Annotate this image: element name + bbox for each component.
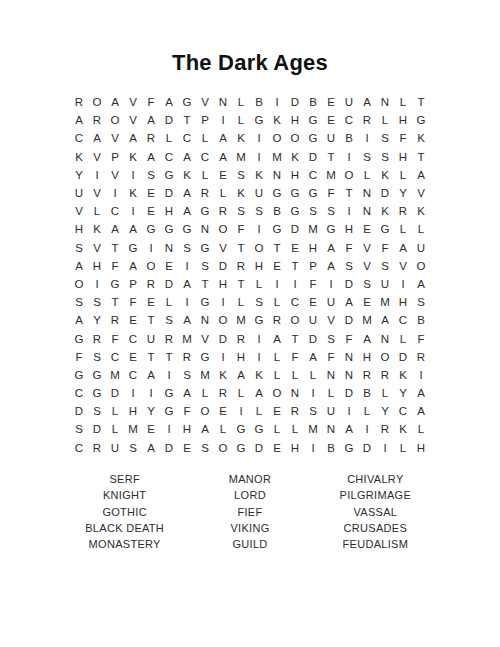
grid-cell-r6c16: T bbox=[340, 184, 358, 202]
grid-cell-r1c6: A bbox=[160, 93, 178, 111]
grid-cell-r6c20: V bbox=[412, 184, 430, 202]
grid-cell-r14c16: F bbox=[340, 329, 358, 347]
grid-cell-r12c10: L bbox=[232, 293, 250, 311]
grid-cell-r15c19: D bbox=[394, 348, 412, 366]
grid-cell-r3c18: S bbox=[376, 129, 394, 147]
grid-cell-r17c6: G bbox=[160, 384, 178, 402]
grid-cell-r11c10: T bbox=[232, 275, 250, 293]
grid-cell-r16c15: N bbox=[322, 366, 340, 384]
grid-cell-r17c12: O bbox=[268, 384, 286, 402]
grid-cell-r4c19: H bbox=[394, 148, 412, 166]
word-item: CRUSADES bbox=[313, 520, 438, 536]
grid-cell-r17c2: G bbox=[88, 384, 106, 402]
grid-cell-r19c7: H bbox=[178, 420, 196, 438]
word-item: FIEF bbox=[187, 504, 312, 520]
grid-cell-r6c1: U bbox=[70, 184, 88, 202]
grid-cell-r18c1: D bbox=[70, 402, 88, 420]
grid-cell-r7c1: V bbox=[70, 202, 88, 220]
grid-cell-r12c11: S bbox=[250, 293, 268, 311]
grid-cell-r8c6: G bbox=[160, 220, 178, 238]
grid-cell-r1c3: A bbox=[106, 93, 124, 111]
grid-cell-r4c6: C bbox=[160, 148, 178, 166]
word-item: LORD bbox=[187, 487, 312, 503]
grid-cell-r6c4: K bbox=[124, 184, 142, 202]
grid-cell-r19c1: S bbox=[70, 420, 88, 438]
grid-cell-r7c20: K bbox=[412, 202, 430, 220]
grid-cell-r13c20: B bbox=[412, 311, 430, 329]
grid-cell-r3c6: L bbox=[160, 129, 178, 147]
grid-cell-r7c16: I bbox=[340, 202, 358, 220]
grid-cell-r18c2: S bbox=[88, 402, 106, 420]
grid-cell-r9c1: S bbox=[70, 239, 88, 257]
grid-cell-r9c9: V bbox=[214, 239, 232, 257]
grid-cell-r17c4: I bbox=[124, 384, 142, 402]
grid-cell-r12c19: H bbox=[394, 293, 412, 311]
grid-cell-r9c10: T bbox=[232, 239, 250, 257]
grid-cell-r11c12: I bbox=[268, 275, 286, 293]
grid-cell-r15c7: R bbox=[178, 348, 196, 366]
grid-cell-r18c9: E bbox=[214, 402, 232, 420]
grid-cell-r10c11: H bbox=[250, 257, 268, 275]
grid-cell-r18c6: G bbox=[160, 402, 178, 420]
grid-cell-r8c2: K bbox=[88, 220, 106, 238]
grid-cell-r5c8: L bbox=[196, 166, 214, 184]
grid-cell-r4c13: K bbox=[286, 148, 304, 166]
grid-cell-r20c20: H bbox=[412, 439, 430, 457]
grid-cell-r2c18: L bbox=[376, 111, 394, 129]
grid-cell-r15c2: S bbox=[88, 348, 106, 366]
grid-cell-r3c5: R bbox=[142, 129, 160, 147]
grid-cell-r12c5: E bbox=[142, 293, 160, 311]
grid-cell-r18c20: A bbox=[412, 402, 430, 420]
grid-cell-r15c16: N bbox=[340, 348, 358, 366]
grid-cell-r20c15: B bbox=[322, 439, 340, 457]
grid-cell-r10c13: T bbox=[286, 257, 304, 275]
grid-cell-r10c15: A bbox=[322, 257, 340, 275]
grid-cell-r8c7: G bbox=[178, 220, 196, 238]
grid-cell-r8c18: G bbox=[376, 220, 394, 238]
grid-cell-r12c17: E bbox=[358, 293, 376, 311]
grid-cell-r17c16: D bbox=[340, 384, 358, 402]
grid-cell-r12c6: L bbox=[160, 293, 178, 311]
grid-cell-r16c8: M bbox=[196, 366, 214, 384]
grid-cell-r19c17: I bbox=[358, 420, 376, 438]
grid-cell-r5c15: M bbox=[322, 166, 340, 184]
grid-cell-r9c20: U bbox=[412, 239, 430, 257]
grid-cell-r16c20: I bbox=[412, 366, 430, 384]
grid-cell-r10c17: V bbox=[358, 257, 376, 275]
grid-cell-r14c12: A bbox=[268, 329, 286, 347]
grid-cell-r11c17: S bbox=[358, 275, 376, 293]
grid-cell-r13c15: V bbox=[322, 311, 340, 329]
grid-cell-r4c5: A bbox=[142, 148, 160, 166]
grid-cell-r12c18: M bbox=[376, 293, 394, 311]
grid-cell-r4c8: C bbox=[196, 148, 214, 166]
grid-cell-r8c5: G bbox=[142, 220, 160, 238]
word-list: SERFMANORCHIVALRYKNIGHTLORDPILGRIMAGEGOT… bbox=[62, 471, 438, 552]
grid-cell-r11c19: I bbox=[394, 275, 412, 293]
grid-cell-r17c9: R bbox=[214, 384, 232, 402]
grid-cell-r8c20: L bbox=[412, 220, 430, 238]
grid-cell-r18c13: R bbox=[286, 402, 304, 420]
grid-cell-r11c16: D bbox=[340, 275, 358, 293]
grid-cell-r4c20: T bbox=[412, 148, 430, 166]
grid-cell-r13c12: R bbox=[268, 311, 286, 329]
grid-cell-r4c17: S bbox=[358, 148, 376, 166]
grid-cell-r5c2: I bbox=[88, 166, 106, 184]
grid-cell-r2c2: R bbox=[88, 111, 106, 129]
grid-cell-r3c14: G bbox=[304, 129, 322, 147]
grid-cell-r13c18: A bbox=[376, 311, 394, 329]
grid-cell-r7c18: K bbox=[376, 202, 394, 220]
grid-cell-r7c4: I bbox=[124, 202, 142, 220]
grid-cell-r12c13: C bbox=[286, 293, 304, 311]
word-search-page: The Dark Ages ROAVFAGVNLBIDBEUANLTAROVAD… bbox=[0, 0, 500, 647]
grid-cell-r3c15: U bbox=[322, 129, 340, 147]
grid-cell-r4c4: K bbox=[124, 148, 142, 166]
grid-cell-r12c12: L bbox=[268, 293, 286, 311]
grid-cell-r12c20: S bbox=[412, 293, 430, 311]
grid-cell-r16c14: L bbox=[304, 366, 322, 384]
grid-cell-r5c19: L bbox=[394, 166, 412, 184]
grid-cell-r17c19: Y bbox=[394, 384, 412, 402]
grid-cell-r5c9: E bbox=[214, 166, 232, 184]
grid-cell-r19c4: M bbox=[124, 420, 142, 438]
grid-cell-r15c6: T bbox=[160, 348, 178, 366]
grid-cell-r5c12: N bbox=[268, 166, 286, 184]
grid-cell-r15c3: C bbox=[106, 348, 124, 366]
grid-cell-r5c5: S bbox=[142, 166, 160, 184]
grid-cell-r17c1: C bbox=[70, 384, 88, 402]
grid-cell-r3c19: F bbox=[394, 129, 412, 147]
grid-cell-r5c17: L bbox=[358, 166, 376, 184]
grid-cell-r16c17: R bbox=[358, 366, 376, 384]
grid-cell-r5c18: K bbox=[376, 166, 394, 184]
grid-cell-r17c5: I bbox=[142, 384, 160, 402]
grid-cell-r9c13: E bbox=[286, 239, 304, 257]
grid-cell-r6c19: Y bbox=[394, 184, 412, 202]
grid-cell-r16c12: L bbox=[268, 366, 286, 384]
grid-cell-r9c11: O bbox=[250, 239, 268, 257]
grid-cell-r5c20: A bbox=[412, 166, 430, 184]
grid-cell-r1c5: F bbox=[142, 93, 160, 111]
grid-cell-r19c19: K bbox=[394, 420, 412, 438]
grid-cell-r6c10: K bbox=[232, 184, 250, 202]
grid-cell-r5c11: K bbox=[250, 166, 268, 184]
grid-cell-r16c2: G bbox=[88, 366, 106, 384]
grid-cell-r2c10: L bbox=[232, 111, 250, 129]
grid-cell-r18c4: H bbox=[124, 402, 142, 420]
grid-cell-r15c12: L bbox=[268, 348, 286, 366]
grid-cell-r12c16: A bbox=[340, 293, 358, 311]
grid-cell-r7c15: S bbox=[322, 202, 340, 220]
word-item: MONASTERY bbox=[62, 536, 187, 552]
grid-cell-r19c3: L bbox=[106, 420, 124, 438]
grid-cell-r10c10: R bbox=[232, 257, 250, 275]
grid-cell-r2c4: V bbox=[124, 111, 142, 129]
grid-cell-r9c19: A bbox=[394, 239, 412, 257]
grid-cell-r8c11: I bbox=[250, 220, 268, 238]
grid-cell-r7c17: N bbox=[358, 202, 376, 220]
grid-cell-r19c14: M bbox=[304, 420, 322, 438]
grid-cell-r19c13: L bbox=[286, 420, 304, 438]
grid-cell-r1c13: D bbox=[286, 93, 304, 111]
grid-cell-r15c8: G bbox=[196, 348, 214, 366]
grid-cell-r14c6: R bbox=[160, 329, 178, 347]
grid-cell-r10c20: O bbox=[412, 257, 430, 275]
grid-cell-r6c8: R bbox=[196, 184, 214, 202]
grid-cell-r17c7: A bbox=[178, 384, 196, 402]
grid-cell-r20c10: G bbox=[232, 439, 250, 457]
grid-cell-r3c9: A bbox=[214, 129, 232, 147]
grid-cell-r19c16: A bbox=[340, 420, 358, 438]
grid-cell-r20c18: I bbox=[376, 439, 394, 457]
grid-cell-r13c5: T bbox=[142, 311, 160, 329]
grid-cell-r15c1: F bbox=[70, 348, 88, 366]
grid-cell-r11c5: R bbox=[142, 275, 160, 293]
grid-cell-r13c4: E bbox=[124, 311, 142, 329]
grid-cell-r11c7: A bbox=[178, 275, 196, 293]
grid-cell-r18c14: S bbox=[304, 402, 322, 420]
grid-cell-r16c3: M bbox=[106, 366, 124, 384]
grid-cell-r11c8: T bbox=[196, 275, 214, 293]
grid-cell-r5c16: O bbox=[340, 166, 358, 184]
word-item: VIKING bbox=[187, 520, 312, 536]
grid-cell-r1c10: L bbox=[232, 93, 250, 111]
grid-cell-r1c8: V bbox=[196, 93, 214, 111]
grid-cell-r7c6: H bbox=[160, 202, 178, 220]
grid-cell-r13c11: G bbox=[250, 311, 268, 329]
grid-cell-r2c20: G bbox=[412, 111, 430, 129]
grid-cell-r15c4: E bbox=[124, 348, 142, 366]
grid-cell-r13c13: O bbox=[286, 311, 304, 329]
grid-cell-r9c12: T bbox=[268, 239, 286, 257]
grid-cell-r13c14: U bbox=[304, 311, 322, 329]
grid-cell-r8c17: E bbox=[358, 220, 376, 238]
grid-cell-r16c19: K bbox=[394, 366, 412, 384]
grid-cell-r9c15: A bbox=[322, 239, 340, 257]
grid-cell-r3c4: A bbox=[124, 129, 142, 147]
grid-cell-r15c11: I bbox=[250, 348, 268, 366]
grid-cell-r7c5: E bbox=[142, 202, 160, 220]
grid-cell-r10c9: D bbox=[214, 257, 232, 275]
grid-cell-r16c16: N bbox=[340, 366, 358, 384]
grid-cell-r3c11: I bbox=[250, 129, 268, 147]
grid-cell-r8c12: G bbox=[268, 220, 286, 238]
grid-cell-r8c14: M bbox=[304, 220, 322, 238]
grid-cell-r14c4: C bbox=[124, 329, 142, 347]
grid-cell-r10c19: V bbox=[394, 257, 412, 275]
grid-cell-r2c17: R bbox=[358, 111, 376, 129]
grid-cell-r7c14: S bbox=[304, 202, 322, 220]
grid-cell-r20c17: D bbox=[358, 439, 376, 457]
grid-cell-r1c9: N bbox=[214, 93, 232, 111]
grid-cell-r14c5: U bbox=[142, 329, 160, 347]
grid-cell-r7c13: G bbox=[286, 202, 304, 220]
grid-cell-r2c8: P bbox=[196, 111, 214, 129]
grid-cell-r1c7: G bbox=[178, 93, 196, 111]
grid-cell-r8c13: D bbox=[286, 220, 304, 238]
grid-cell-r15c14: A bbox=[304, 348, 322, 366]
grid-cell-r13c10: M bbox=[232, 311, 250, 329]
grid-cell-r17c3: D bbox=[106, 384, 124, 402]
grid-cell-r11c4: P bbox=[124, 275, 142, 293]
grid-cell-r19c15: N bbox=[322, 420, 340, 438]
grid-cell-r16c5: A bbox=[142, 366, 160, 384]
grid-cell-r8c4: A bbox=[124, 220, 142, 238]
grid-cell-r12c1: S bbox=[70, 293, 88, 311]
grid-cell-r8c8: N bbox=[196, 220, 214, 238]
grid-cell-r9c4: G bbox=[124, 239, 142, 257]
grid-cell-r11c14: F bbox=[304, 275, 322, 293]
grid-cell-r16c7: S bbox=[178, 366, 196, 384]
grid-cell-r1c11: B bbox=[250, 93, 268, 111]
word-item: GUILD bbox=[187, 536, 312, 552]
grid-cell-r5c14: C bbox=[304, 166, 322, 184]
grid-cell-r13c9: O bbox=[214, 311, 232, 329]
grid-cell-r19c11: G bbox=[250, 420, 268, 438]
grid-cell-r14c18: N bbox=[376, 329, 394, 347]
grid-cell-r3c3: V bbox=[106, 129, 124, 147]
grid-cell-r19c8: A bbox=[196, 420, 214, 438]
grid-cell-r6c13: G bbox=[286, 184, 304, 202]
grid-cell-r20c16: G bbox=[340, 439, 358, 457]
grid-cell-r19c20: L bbox=[412, 420, 430, 438]
grid-cell-r20c9: O bbox=[214, 439, 232, 457]
grid-cell-r20c11: D bbox=[250, 439, 268, 457]
grid-cell-r14c9: D bbox=[214, 329, 232, 347]
grid-cell-r17c18: L bbox=[376, 384, 394, 402]
grid-cell-r20c8: S bbox=[196, 439, 214, 457]
grid-cell-r10c5: O bbox=[142, 257, 160, 275]
grid-cell-r20c5: A bbox=[142, 439, 160, 457]
grid-cell-r14c2: R bbox=[88, 329, 106, 347]
grid-cell-r4c7: A bbox=[178, 148, 196, 166]
grid-cell-r8c19: L bbox=[394, 220, 412, 238]
grid-cell-r1c18: N bbox=[376, 93, 394, 111]
grid-cell-r10c8: S bbox=[196, 257, 214, 275]
grid-cell-r2c13: H bbox=[286, 111, 304, 129]
grid-cell-r6c15: F bbox=[322, 184, 340, 202]
grid-cell-r19c2: D bbox=[88, 420, 106, 438]
grid-cell-r2c12: K bbox=[268, 111, 286, 129]
grid-cell-r7c12: B bbox=[268, 202, 286, 220]
grid-cell-r1c1: R bbox=[70, 93, 88, 111]
grid-cell-r6c3: I bbox=[106, 184, 124, 202]
grid-cell-r15c9: I bbox=[214, 348, 232, 366]
grid-cell-r7c2: L bbox=[88, 202, 106, 220]
grid-cell-r5c1: Y bbox=[70, 166, 88, 184]
grid-cell-r2c15: E bbox=[322, 111, 340, 129]
word-item: GOTHIC bbox=[62, 504, 187, 520]
grid-cell-r3c13: O bbox=[286, 129, 304, 147]
grid-cell-r7c3: C bbox=[106, 202, 124, 220]
grid-cell-r19c10: G bbox=[232, 420, 250, 438]
grid-cell-r5c3: V bbox=[106, 166, 124, 184]
grid-cell-r7c9: R bbox=[214, 202, 232, 220]
word-item: VASSAL bbox=[313, 504, 438, 520]
grid-cell-r16c6: I bbox=[160, 366, 178, 384]
grid-cell-r14c3: F bbox=[106, 329, 124, 347]
grid-cell-r6c18: D bbox=[376, 184, 394, 202]
grid-cell-r10c18: S bbox=[376, 257, 394, 275]
grid-cell-r17c11: A bbox=[250, 384, 268, 402]
grid-cell-r12c3: T bbox=[106, 293, 124, 311]
grid-cell-r14c13: T bbox=[286, 329, 304, 347]
grid-cell-r2c11: G bbox=[250, 111, 268, 129]
grid-cell-r2c16: C bbox=[340, 111, 358, 129]
grid-cell-r2c19: H bbox=[394, 111, 412, 129]
grid-cell-r18c18: Y bbox=[376, 402, 394, 420]
grid-cell-r19c6: I bbox=[160, 420, 178, 438]
grid-cell-r3c17: I bbox=[358, 129, 376, 147]
grid-cell-r3c1: C bbox=[70, 129, 88, 147]
grid-cell-r4c14: D bbox=[304, 148, 322, 166]
grid-cell-r11c6: D bbox=[160, 275, 178, 293]
grid-cell-r11c20: A bbox=[412, 275, 430, 293]
grid-cell-r8c16: H bbox=[340, 220, 358, 238]
grid-cell-r6c12: G bbox=[268, 184, 286, 202]
grid-cell-r1c16: U bbox=[340, 93, 358, 111]
grid-cell-r10c1: A bbox=[70, 257, 88, 275]
grid-cell-r5c4: I bbox=[124, 166, 142, 184]
grid-cell-r7c10: S bbox=[232, 202, 250, 220]
grid-cell-r1c14: B bbox=[304, 93, 322, 111]
grid-cell-r9c8: G bbox=[196, 239, 214, 257]
grid-cell-r2c14: G bbox=[304, 111, 322, 129]
grid-cell-r11c18: U bbox=[376, 275, 394, 293]
grid-cell-r4c18: S bbox=[376, 148, 394, 166]
grid-cell-r9c2: V bbox=[88, 239, 106, 257]
grid-cell-r7c8: G bbox=[196, 202, 214, 220]
grid-cell-r15c15: F bbox=[322, 348, 340, 366]
grid-cell-r3c7: C bbox=[178, 129, 196, 147]
grid-cell-r17c15: L bbox=[322, 384, 340, 402]
grid-cell-r18c5: Y bbox=[142, 402, 160, 420]
grid-cell-r6c6: D bbox=[160, 184, 178, 202]
grid-cell-r18c10: I bbox=[232, 402, 250, 420]
grid-cell-r3c20: K bbox=[412, 129, 430, 147]
grid-cell-r14c8: V bbox=[196, 329, 214, 347]
grid-cell-r9c16: F bbox=[340, 239, 358, 257]
grid-cell-r16c1: G bbox=[70, 366, 88, 384]
grid-cell-r12c14: E bbox=[304, 293, 322, 311]
grid-cell-r10c16: S bbox=[340, 257, 358, 275]
grid-cell-r15c10: H bbox=[232, 348, 250, 366]
grid-cell-r16c18: R bbox=[376, 366, 394, 384]
grid-cell-r4c2: V bbox=[88, 148, 106, 166]
grid-cell-r1c2: O bbox=[88, 93, 106, 111]
grid-cell-r12c15: U bbox=[322, 293, 340, 311]
grid-cell-r7c19: R bbox=[394, 202, 412, 220]
grid-cell-r17c17: B bbox=[358, 384, 376, 402]
grid-cell-r11c15: I bbox=[322, 275, 340, 293]
grid-cell-r17c10: L bbox=[232, 384, 250, 402]
grid-cell-r2c5: A bbox=[142, 111, 160, 129]
grid-cell-r9c14: H bbox=[304, 239, 322, 257]
grid-cell-r6c14: G bbox=[304, 184, 322, 202]
grid-cell-r16c9: K bbox=[214, 366, 232, 384]
grid-cell-r4c11: I bbox=[250, 148, 268, 166]
grid-cell-r14c10: R bbox=[232, 329, 250, 347]
grid-cell-r16c10: A bbox=[232, 366, 250, 384]
grid-cell-r2c7: T bbox=[178, 111, 196, 129]
grid-cell-r9c3: T bbox=[106, 239, 124, 257]
grid-cell-r8c9: O bbox=[214, 220, 232, 238]
grid-cell-r4c10: M bbox=[232, 148, 250, 166]
grid-cell-r14c19: L bbox=[394, 329, 412, 347]
grid-cell-r11c2: I bbox=[88, 275, 106, 293]
